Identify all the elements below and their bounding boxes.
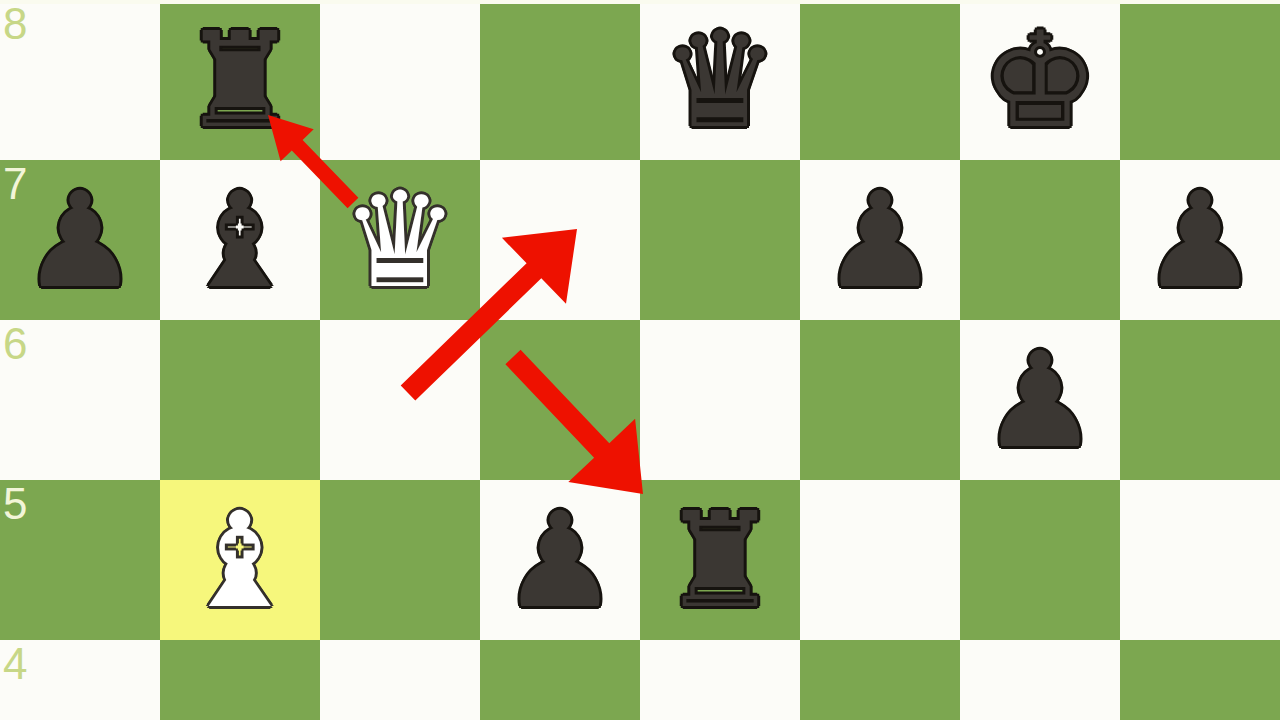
rank-label-5: 5 bbox=[3, 482, 27, 526]
square-e4[interactable] bbox=[640, 640, 800, 720]
piece-black-queen-e8[interactable]: ♛ bbox=[640, 0, 800, 160]
square-h6[interactable] bbox=[1120, 320, 1280, 480]
piece-white-queen-c7[interactable]: ♛ bbox=[320, 160, 480, 320]
square-f5[interactable] bbox=[800, 480, 960, 640]
square-d7[interactable] bbox=[480, 160, 640, 320]
piece-black-pawn-d5[interactable]: ♟ bbox=[480, 480, 640, 640]
square-h4[interactable] bbox=[1120, 640, 1280, 720]
piece-white-bishop-b5[interactable]: ♝ bbox=[160, 480, 320, 640]
square-a8[interactable]: 8 bbox=[0, 0, 160, 160]
square-g7[interactable] bbox=[960, 160, 1120, 320]
square-e6[interactable] bbox=[640, 320, 800, 480]
square-h5[interactable] bbox=[1120, 480, 1280, 640]
piece-black-pawn-a7[interactable]: ♟ bbox=[0, 160, 160, 320]
square-c6[interactable] bbox=[320, 320, 480, 480]
square-f6[interactable] bbox=[800, 320, 960, 480]
square-d8[interactable] bbox=[480, 0, 640, 160]
piece-black-bishop-b7[interactable]: ♝ bbox=[160, 160, 320, 320]
square-f8[interactable] bbox=[800, 0, 960, 160]
chessboard-frame: 87654♜♛♚♟♝♛♟♟♟♝♟♜ bbox=[0, 0, 1280, 720]
rank-label-8: 8 bbox=[3, 2, 27, 46]
square-g5[interactable] bbox=[960, 480, 1120, 640]
piece-black-pawn-h7[interactable]: ♟ bbox=[1120, 160, 1280, 320]
piece-black-rook-b8[interactable]: ♜ bbox=[160, 0, 320, 160]
square-h8[interactable] bbox=[1120, 0, 1280, 160]
square-c4[interactable] bbox=[320, 640, 480, 720]
square-b4[interactable] bbox=[160, 640, 320, 720]
square-d6[interactable] bbox=[480, 320, 640, 480]
piece-black-king-g8[interactable]: ♚ bbox=[960, 0, 1120, 160]
rank-label-6: 6 bbox=[3, 322, 27, 366]
square-a6[interactable]: 6 bbox=[0, 320, 160, 480]
square-f4[interactable] bbox=[800, 640, 960, 720]
square-g4[interactable] bbox=[960, 640, 1120, 720]
piece-black-rook-e5[interactable]: ♜ bbox=[640, 480, 800, 640]
square-c5[interactable] bbox=[320, 480, 480, 640]
piece-black-pawn-f7[interactable]: ♟ bbox=[800, 160, 960, 320]
square-c8[interactable] bbox=[320, 0, 480, 160]
square-a4[interactable]: 4 bbox=[0, 640, 160, 720]
square-d4[interactable] bbox=[480, 640, 640, 720]
square-e7[interactable] bbox=[640, 160, 800, 320]
piece-black-pawn-g6[interactable]: ♟ bbox=[960, 320, 1120, 480]
square-a5[interactable]: 5 bbox=[0, 480, 160, 640]
square-b6[interactable] bbox=[160, 320, 320, 480]
chessboard: 87654♜♛♚♟♝♛♟♟♟♝♟♜ bbox=[0, 0, 1280, 720]
rank-label-4: 4 bbox=[3, 642, 27, 686]
